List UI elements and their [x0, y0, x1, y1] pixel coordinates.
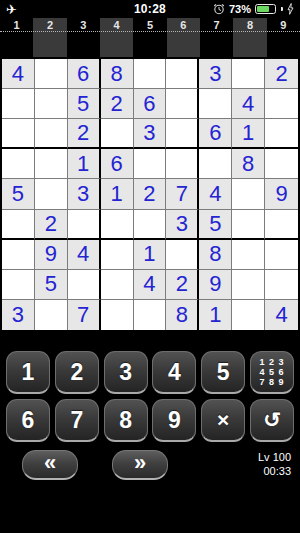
cell-r3c3[interactable]: 2 — [68, 119, 101, 149]
cell-r9c7[interactable]: 1 — [199, 300, 232, 330]
cell-r9c3[interactable]: 7 — [68, 300, 101, 330]
cell-r6c4[interactable] — [101, 210, 134, 240]
cell-r4c7[interactable] — [199, 149, 232, 179]
prev-puzzle-button[interactable]: « — [22, 450, 78, 480]
cell-r2c1[interactable] — [2, 89, 35, 119]
cell-r7c2[interactable]: 9 — [35, 240, 68, 270]
cell-r8c6[interactable]: 2 — [166, 270, 199, 300]
column-header-1[interactable]: 1 — [0, 18, 33, 57]
column-headers: 123456789 — [0, 18, 300, 57]
alarm-clock-icon — [213, 3, 225, 15]
cell-r2c5[interactable]: 6 — [134, 89, 167, 119]
cell-r2c2[interactable] — [35, 89, 68, 119]
cell-r4c5[interactable] — [134, 149, 167, 179]
column-header-7[interactable]: 7 — [200, 18, 233, 57]
status-bar: ✈ 10:28 73% — [0, 0, 300, 18]
cell-r1c5[interactable] — [134, 59, 167, 89]
numpad-row-1: 123451 2 34 5 67 8 9 — [6, 351, 294, 394]
cell-r2c9[interactable] — [265, 89, 298, 119]
cell-r5c7[interactable]: 4 — [199, 179, 232, 209]
cell-r6c8[interactable] — [232, 210, 265, 240]
cell-r3c4[interactable] — [101, 119, 134, 149]
cell-r2c7[interactable] — [199, 89, 232, 119]
cell-r1c8[interactable] — [232, 59, 265, 89]
numpad-button-4[interactable]: 4 — [152, 351, 196, 394]
notes-mini-grid: 1 2 34 5 67 8 9 — [259, 357, 284, 387]
cell-r5c4[interactable]: 1 — [101, 179, 134, 209]
cell-r6c3[interactable] — [68, 210, 101, 240]
charging-bolt-icon — [287, 3, 294, 15]
cell-r9c1[interactable]: 3 — [2, 300, 35, 330]
cell-r9c4[interactable] — [101, 300, 134, 330]
cell-r1c1[interactable]: 4 — [2, 59, 35, 89]
cell-r9c5[interactable] — [134, 300, 167, 330]
cell-r4c1[interactable] — [2, 149, 35, 179]
cell-r2c6[interactable] — [166, 89, 199, 119]
cell-r1c2[interactable] — [35, 59, 68, 89]
cell-r7c9[interactable] — [265, 240, 298, 270]
column-header-3[interactable]: 3 — [67, 18, 100, 57]
timer-label: 00:33 — [258, 464, 291, 478]
cell-r7c1[interactable] — [2, 240, 35, 270]
column-header-2[interactable]: 2 — [33, 18, 66, 57]
column-header-6[interactable]: 6 — [167, 18, 200, 57]
cell-r4c9[interactable] — [265, 149, 298, 179]
battery-tip — [281, 7, 283, 11]
cell-r5c2[interactable] — [35, 179, 68, 209]
column-header-8[interactable]: 8 — [233, 18, 266, 57]
notes-mini-row: 4 5 6 — [259, 367, 284, 377]
cell-r8c3[interactable] — [68, 270, 101, 300]
battery-icon — [255, 4, 276, 14]
cell-r4c6[interactable] — [166, 149, 199, 179]
cell-r3c6[interactable] — [166, 119, 199, 149]
cell-r1c6[interactable] — [166, 59, 199, 89]
notes-mini-row: 1 2 3 — [259, 357, 284, 367]
cell-r3c8[interactable]: 1 — [232, 119, 265, 149]
cell-r8c2[interactable]: 5 — [35, 270, 68, 300]
cell-r8c8[interactable] — [232, 270, 265, 300]
cell-r7c6[interactable] — [166, 240, 199, 270]
cell-r6c2[interactable]: 2 — [35, 210, 68, 240]
cell-r8c9[interactable] — [265, 270, 298, 300]
numpad-button-1[interactable]: 1 — [6, 351, 50, 394]
notes-button[interactable]: 1 2 34 5 67 8 9 — [250, 351, 294, 394]
cell-r1c4[interactable]: 8 — [101, 59, 134, 89]
cell-r7c3[interactable]: 4 — [68, 240, 101, 270]
cell-r5c9[interactable]: 9 — [265, 179, 298, 209]
cell-r1c3[interactable]: 6 — [68, 59, 101, 89]
cell-r5c5[interactable]: 2 — [134, 179, 167, 209]
sudoku-board: 468325264236116853127492359418542937814 — [0, 57, 300, 332]
numpad-button-9[interactable]: 9 — [152, 399, 196, 442]
numpad-row-2: 6789×↺ — [6, 399, 294, 442]
cell-r7c5[interactable]: 1 — [134, 240, 167, 270]
cell-r3c7[interactable]: 6 — [199, 119, 232, 149]
cell-r4c3[interactable]: 1 — [68, 149, 101, 179]
cell-r4c8[interactable]: 8 — [232, 149, 265, 179]
cell-r2c4[interactable]: 2 — [101, 89, 134, 119]
numpad-button-6[interactable]: 6 — [6, 399, 50, 442]
cell-r6c5[interactable] — [134, 210, 167, 240]
erase-button[interactable]: × — [201, 399, 245, 442]
cell-r6c7[interactable]: 5 — [199, 210, 232, 240]
cell-r9c2[interactable] — [35, 300, 68, 330]
cell-r5c1[interactable]: 5 — [2, 179, 35, 209]
column-header-9[interactable]: 9 — [267, 18, 300, 57]
cell-r2c3[interactable]: 5 — [68, 89, 101, 119]
cell-r4c2[interactable] — [35, 149, 68, 179]
numpad-button-7[interactable]: 7 — [55, 399, 99, 442]
level-label: Lv 100 — [258, 450, 291, 464]
cell-r9c8[interactable] — [232, 300, 265, 330]
cell-r8c4[interactable] — [101, 270, 134, 300]
battery-percent-label: 73% — [229, 3, 251, 15]
cell-r2c8[interactable]: 4 — [232, 89, 265, 119]
cell-r6c6[interactable]: 3 — [166, 210, 199, 240]
cell-r7c8[interactable] — [232, 240, 265, 270]
battery-fill — [257, 6, 269, 12]
cell-r9c9[interactable]: 4 — [265, 300, 298, 330]
cell-r3c1[interactable] — [2, 119, 35, 149]
cell-r3c5[interactable]: 3 — [134, 119, 167, 149]
cell-r8c1[interactable] — [2, 270, 35, 300]
notes-mini-row: 7 8 9 — [259, 377, 284, 387]
column-header-5[interactable]: 5 — [133, 18, 166, 57]
number-pad: 123451 2 34 5 67 8 9 6789×↺ — [0, 351, 300, 442]
cell-r1c7[interactable]: 3 — [199, 59, 232, 89]
sudoku-app-screen: ✈ 10:28 73% 123456789 468325264236116853… — [0, 0, 300, 533]
next-puzzle-button[interactable]: » — [112, 450, 168, 480]
cell-r7c4[interactable] — [101, 240, 134, 270]
cell-r8c7[interactable]: 9 — [199, 270, 232, 300]
cell-r5c8[interactable] — [232, 179, 265, 209]
cell-r3c2[interactable] — [35, 119, 68, 149]
cell-r1c9[interactable]: 2 — [265, 59, 298, 89]
numpad-button-2[interactable]: 2 — [55, 351, 99, 394]
cell-r6c1[interactable] — [2, 210, 35, 240]
cell-r7c7[interactable]: 8 — [199, 240, 232, 270]
cell-r5c6[interactable]: 7 — [166, 179, 199, 209]
cell-r3c9[interactable] — [265, 119, 298, 149]
cell-r5c3[interactable]: 3 — [68, 179, 101, 209]
cell-r4c4[interactable]: 6 — [101, 149, 134, 179]
cell-r6c9[interactable] — [265, 210, 298, 240]
game-info: Lv 100 00:33 — [258, 450, 291, 478]
bottom-bar: « » Lv 100 00:33 — [0, 450, 300, 484]
cell-r8c5[interactable]: 4 — [134, 270, 167, 300]
undo-button[interactable]: ↺ — [250, 399, 294, 442]
cell-r9c6[interactable]: 8 — [166, 300, 199, 330]
numpad-button-3[interactable]: 3 — [104, 351, 148, 394]
numpad-button-8[interactable]: 8 — [104, 399, 148, 442]
column-header-4[interactable]: 4 — [100, 18, 133, 57]
numpad-button-5[interactable]: 5 — [201, 351, 245, 394]
